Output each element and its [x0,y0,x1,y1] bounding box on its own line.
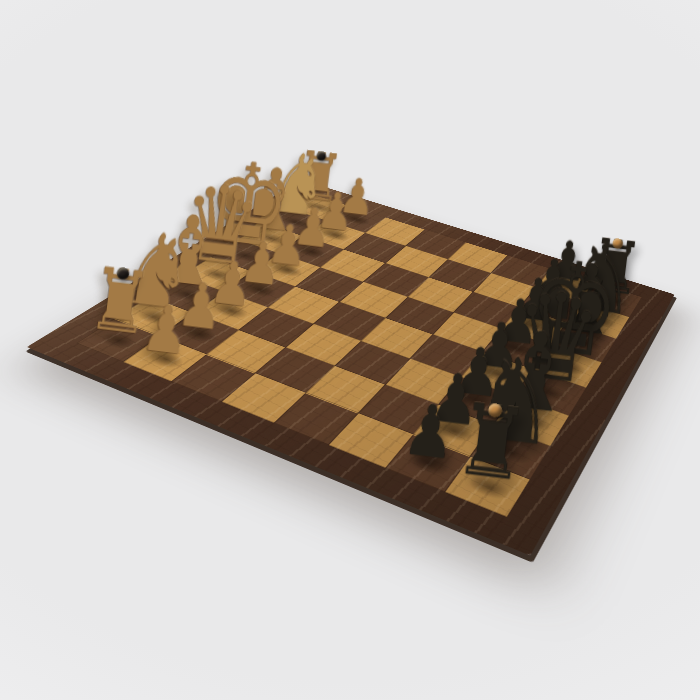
piece-white-pawn-a2[interactable]: ♟ [133,297,198,363]
piece-black-rook-a8[interactable]: ♜ [442,398,540,493]
perspective-scene: ♜♟♟♜♞♟♟♞♝♟♟♝♚♟♟♚♛♟♟♛♝♟♟♝♞♟♟♞♜♟♟♜ [0,0,700,700]
chess-board: ♜♟♟♜♞♟♟♞♝♟♟♝♚♟♟♚♛♟♟♛♝♟♟♝♞♟♟♞♜♟♟♜ [27,180,675,556]
photo-background: ♜♟♟♜♞♟♟♞♝♟♟♝♚♟♟♚♛♟♟♛♝♟♟♝♞♟♟♞♜♟♟♜ [0,0,700,700]
camera-roll-wrapper: ♜♟♟♜♞♟♟♞♝♟♟♝♚♟♟♚♛♟♟♛♝♟♟♝♞♟♟♞♜♟♟♜ [0,0,700,700]
pawn-glyph: ♟ [139,298,192,363]
